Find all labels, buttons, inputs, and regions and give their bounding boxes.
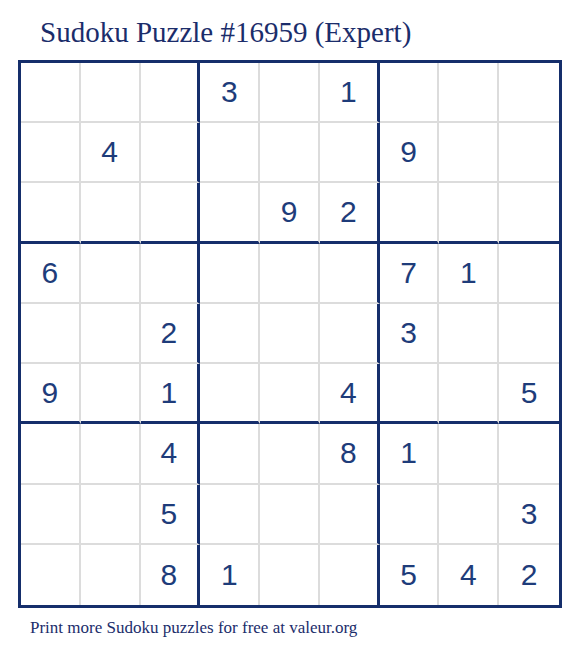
cell-r3c6[interactable]: 2 [320, 183, 380, 243]
cell-r2c3[interactable] [141, 123, 201, 183]
cell-r1c9[interactable] [499, 63, 559, 123]
cell-r9c8[interactable]: 4 [439, 545, 499, 605]
cell-r5c7[interactable]: 3 [380, 304, 440, 364]
cell-r6c4[interactable] [200, 364, 260, 424]
cell-r1c1[interactable] [21, 63, 81, 123]
cell-r8c8[interactable] [439, 485, 499, 545]
cell-r4c7[interactable]: 7 [380, 244, 440, 304]
cell-r1c7[interactable] [380, 63, 440, 123]
footer-text: Print more Sudoku puzzles for free at va… [30, 618, 357, 638]
cell-r1c2[interactable] [81, 63, 141, 123]
cell-r7c9[interactable] [499, 424, 559, 484]
cell-r5c4[interactable] [200, 304, 260, 364]
cell-r4c8[interactable]: 1 [439, 244, 499, 304]
cell-r4c9[interactable] [499, 244, 559, 304]
cell-r4c5[interactable] [260, 244, 320, 304]
cell-r9c4[interactable]: 1 [200, 545, 260, 605]
cell-r2c1[interactable] [21, 123, 81, 183]
cell-r2c5[interactable] [260, 123, 320, 183]
cell-r7c2[interactable] [81, 424, 141, 484]
cell-r6c7[interactable] [380, 364, 440, 424]
cell-r2c9[interactable] [499, 123, 559, 183]
cell-r6c5[interactable] [260, 364, 320, 424]
cell-r6c6[interactable]: 4 [320, 364, 380, 424]
cell-r8c5[interactable] [260, 485, 320, 545]
cell-r8c4[interactable] [200, 485, 260, 545]
cell-r4c3[interactable] [141, 244, 201, 304]
cell-r1c4[interactable]: 3 [200, 63, 260, 123]
cell-r2c7[interactable]: 9 [380, 123, 440, 183]
cell-r6c3[interactable]: 1 [141, 364, 201, 424]
cell-r2c4[interactable] [200, 123, 260, 183]
cell-r7c5[interactable] [260, 424, 320, 484]
cell-r5c6[interactable] [320, 304, 380, 364]
cell-r2c6[interactable] [320, 123, 380, 183]
cell-r3c9[interactable] [499, 183, 559, 243]
cell-r7c4[interactable] [200, 424, 260, 484]
cell-r7c8[interactable] [439, 424, 499, 484]
cell-r3c4[interactable] [200, 183, 260, 243]
cell-r9c7[interactable]: 5 [380, 545, 440, 605]
cell-r6c8[interactable] [439, 364, 499, 424]
cell-r3c5[interactable]: 9 [260, 183, 320, 243]
cell-r8c1[interactable] [21, 485, 81, 545]
cell-r1c5[interactable] [260, 63, 320, 123]
cell-r1c8[interactable] [439, 63, 499, 123]
cell-r2c2[interactable]: 4 [81, 123, 141, 183]
cell-r5c8[interactable] [439, 304, 499, 364]
cell-r4c4[interactable] [200, 244, 260, 304]
cell-r9c9[interactable]: 2 [499, 545, 559, 605]
cell-r5c3[interactable]: 2 [141, 304, 201, 364]
cell-r2c8[interactable] [439, 123, 499, 183]
cell-r4c2[interactable] [81, 244, 141, 304]
sudoku-board: 3149926712391454815381542 [18, 60, 562, 608]
cell-r6c2[interactable] [81, 364, 141, 424]
cell-r7c1[interactable] [21, 424, 81, 484]
cell-r8c7[interactable] [380, 485, 440, 545]
cell-r7c6[interactable]: 8 [320, 424, 380, 484]
cell-r1c6[interactable]: 1 [320, 63, 380, 123]
cell-r5c1[interactable] [21, 304, 81, 364]
cell-r5c5[interactable] [260, 304, 320, 364]
cell-r3c3[interactable] [141, 183, 201, 243]
cell-r8c9[interactable]: 3 [499, 485, 559, 545]
cell-r5c2[interactable] [81, 304, 141, 364]
cell-r3c7[interactable] [380, 183, 440, 243]
cell-r4c6[interactable] [320, 244, 380, 304]
cell-r9c5[interactable] [260, 545, 320, 605]
cell-r3c8[interactable] [439, 183, 499, 243]
cell-r1c3[interactable] [141, 63, 201, 123]
cell-r3c2[interactable] [81, 183, 141, 243]
cell-r6c1[interactable]: 9 [21, 364, 81, 424]
cell-r9c1[interactable] [21, 545, 81, 605]
cell-r8c3[interactable]: 5 [141, 485, 201, 545]
cell-r8c6[interactable] [320, 485, 380, 545]
cell-r3c1[interactable] [21, 183, 81, 243]
cell-r4c1[interactable]: 6 [21, 244, 81, 304]
cell-r5c9[interactable] [499, 304, 559, 364]
page-title: Sudoku Puzzle #16959 (Expert) [40, 16, 411, 49]
cell-r7c7[interactable]: 1 [380, 424, 440, 484]
cell-r9c3[interactable]: 8 [141, 545, 201, 605]
cell-r8c2[interactable] [81, 485, 141, 545]
cell-r9c2[interactable] [81, 545, 141, 605]
cell-r9c6[interactable] [320, 545, 380, 605]
cell-r7c3[interactable]: 4 [141, 424, 201, 484]
cell-r6c9[interactable]: 5 [499, 364, 559, 424]
